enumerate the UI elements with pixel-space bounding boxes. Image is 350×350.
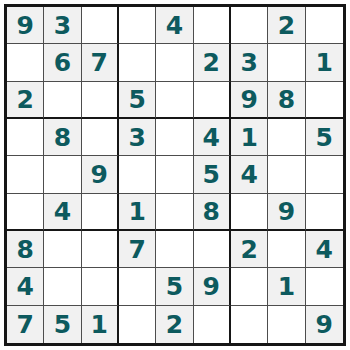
cell-r1c7[interactable] <box>231 7 268 44</box>
cell-r3c4: 5 <box>119 82 156 119</box>
cell-r9c1: 7 <box>7 306 44 343</box>
cell-r7c3[interactable] <box>82 231 119 268</box>
cell-r6c4: 1 <box>119 194 156 231</box>
cell-r7c8[interactable] <box>268 231 305 268</box>
cell-r9c2: 5 <box>44 306 81 343</box>
sudoku-puzzle-page: 93426723125988341595441898724459175129 <box>0 0 350 350</box>
cell-r9c8[interactable] <box>268 306 305 343</box>
cell-r4c4: 3 <box>119 119 156 156</box>
cell-r9c3: 1 <box>82 306 119 343</box>
cell-r1c2: 3 <box>44 7 81 44</box>
cell-r2c4[interactable] <box>119 44 156 81</box>
cell-r4c1[interactable] <box>7 119 44 156</box>
cell-r5c1[interactable] <box>7 156 44 193</box>
cell-r8c3[interactable] <box>82 268 119 305</box>
cell-r7c2[interactable] <box>44 231 81 268</box>
cell-r2c6: 2 <box>194 44 231 81</box>
cell-r7c5[interactable] <box>156 231 193 268</box>
cell-r9c9: 9 <box>306 306 343 343</box>
cell-r2c7: 3 <box>231 44 268 81</box>
cell-r4c3[interactable] <box>82 119 119 156</box>
cell-r4c7: 1 <box>231 119 268 156</box>
cell-r6c1[interactable] <box>7 194 44 231</box>
cell-r6c9[interactable] <box>306 194 343 231</box>
cell-r6c8: 9 <box>268 194 305 231</box>
cell-r2c3: 7 <box>82 44 119 81</box>
cell-r6c5[interactable] <box>156 194 193 231</box>
cell-r1c4[interactable] <box>119 7 156 44</box>
cell-r1c6[interactable] <box>194 7 231 44</box>
cell-r5c7: 4 <box>231 156 268 193</box>
cell-r6c6: 8 <box>194 194 231 231</box>
cell-r9c5: 2 <box>156 306 193 343</box>
cell-r3c8: 8 <box>268 82 305 119</box>
cell-r4c5[interactable] <box>156 119 193 156</box>
cell-r1c5: 4 <box>156 7 193 44</box>
cell-r9c4[interactable] <box>119 306 156 343</box>
cell-r6c7[interactable] <box>231 194 268 231</box>
cell-r8c2[interactable] <box>44 268 81 305</box>
cell-r8c9[interactable] <box>306 268 343 305</box>
cell-r8c4[interactable] <box>119 268 156 305</box>
cell-r2c2: 6 <box>44 44 81 81</box>
cell-r1c9[interactable] <box>306 7 343 44</box>
cell-r5c4[interactable] <box>119 156 156 193</box>
cell-r6c3[interactable] <box>82 194 119 231</box>
cell-r2c9: 1 <box>306 44 343 81</box>
cell-r5c6: 5 <box>194 156 231 193</box>
cell-r2c5[interactable] <box>156 44 193 81</box>
cell-r8c6: 9 <box>194 268 231 305</box>
cell-r5c5[interactable] <box>156 156 193 193</box>
cell-r5c2[interactable] <box>44 156 81 193</box>
cell-r3c5[interactable] <box>156 82 193 119</box>
cell-r8c7[interactable] <box>231 268 268 305</box>
cell-r3c3[interactable] <box>82 82 119 119</box>
cell-r3c6[interactable] <box>194 82 231 119</box>
cell-r7c6[interactable] <box>194 231 231 268</box>
cell-r4c8[interactable] <box>268 119 305 156</box>
cell-r8c8: 1 <box>268 268 305 305</box>
cell-r6c2: 4 <box>44 194 81 231</box>
cell-r2c8[interactable] <box>268 44 305 81</box>
cell-r7c9: 4 <box>306 231 343 268</box>
cell-r1c3[interactable] <box>82 7 119 44</box>
cell-r4c6: 4 <box>194 119 231 156</box>
cell-r4c2: 8 <box>44 119 81 156</box>
cell-r7c1: 8 <box>7 231 44 268</box>
cell-r8c5: 5 <box>156 268 193 305</box>
cell-r4c9: 5 <box>306 119 343 156</box>
cell-r5c3: 9 <box>82 156 119 193</box>
cell-r8c1: 4 <box>7 268 44 305</box>
cell-r7c4: 7 <box>119 231 156 268</box>
sudoku-board: 93426723125988341595441898724459175129 <box>4 4 346 346</box>
cell-r1c1: 9 <box>7 7 44 44</box>
cell-r3c2[interactable] <box>44 82 81 119</box>
cell-r5c9[interactable] <box>306 156 343 193</box>
cell-r3c7: 9 <box>231 82 268 119</box>
cell-r9c7[interactable] <box>231 306 268 343</box>
cell-r3c1: 2 <box>7 82 44 119</box>
cell-r7c7: 2 <box>231 231 268 268</box>
cell-r1c8: 2 <box>268 7 305 44</box>
cell-r3c9[interactable] <box>306 82 343 119</box>
cell-r2c1[interactable] <box>7 44 44 81</box>
cell-r9c6[interactable] <box>194 306 231 343</box>
cell-r5c8[interactable] <box>268 156 305 193</box>
